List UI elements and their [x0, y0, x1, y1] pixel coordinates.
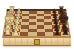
box-front-panel [3, 38, 72, 47]
square-h8[interactable]: ♜ [61, 32, 69, 36]
brass-clasp-icon [34, 39, 40, 45]
white-pawn[interactable]: ♟ [13, 29, 20, 37]
black-pawn[interactable]: ♟ [54, 29, 61, 37]
square-h6[interactable] [45, 32, 53, 36]
black-rook[interactable]: ♜ [61, 27, 70, 37]
white-rook[interactable]: ♜ [3, 27, 12, 37]
board-row: ♜♟♟♜ [4, 32, 70, 36]
square-h5[interactable] [37, 32, 45, 36]
square-h3[interactable] [20, 32, 28, 36]
chess-set-photo: ♜♟♟♜♞♟♟♞♝♟♟♝♛♟♟♛♚♟♟♚♝♟♟♝♞♟♟♞♜♟♟♜ [0, 0, 74, 49]
square-h4[interactable] [28, 32, 36, 36]
square-h7[interactable]: ♟ [53, 32, 61, 36]
square-h1[interactable]: ♜ [4, 32, 12, 36]
square-h2[interactable]: ♟ [12, 32, 20, 36]
